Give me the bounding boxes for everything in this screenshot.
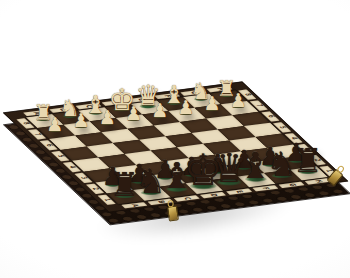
rank-label-left-3-label: 3 bbox=[79, 176, 89, 179]
brass-clasp-front bbox=[167, 205, 179, 221]
rank-label-left-4-label: 4 bbox=[67, 165, 77, 168]
file-label-near-G-label: G bbox=[286, 183, 296, 187]
rank-label-right-7-label: 7 bbox=[254, 104, 264, 107]
rank-label-right-8-label: 8 bbox=[242, 93, 252, 96]
file-label-near-C-label: C bbox=[182, 197, 192, 200]
rank-label-right-2-label: 2 bbox=[312, 159, 322, 162]
file-label-far-B-label: B bbox=[57, 108, 67, 111]
file-label-far-G-label: G bbox=[188, 91, 198, 95]
file-label-far-E-label: E bbox=[136, 98, 146, 101]
file-label-near-B-label: B bbox=[156, 200, 166, 203]
file-label-far-D-label: D bbox=[110, 101, 120, 105]
file-label-far-F-label: F bbox=[162, 94, 172, 97]
rank-label-right-4-label: 4 bbox=[289, 137, 299, 140]
rank-label-right-3-label: 3 bbox=[300, 148, 310, 151]
file-label-near-F-label: F bbox=[260, 187, 270, 190]
product-photo-scene: AA88BB77CC66DD55EE44FF33GG22HH11 ♜♞♝♚♛♝♞… bbox=[0, 0, 350, 278]
file-label-far-C-label: C bbox=[84, 105, 94, 108]
rank-label-left-8-label: 8 bbox=[21, 122, 31, 125]
rank-label-left-5-label: 5 bbox=[55, 155, 65, 158]
rank-label-left-6-label: 6 bbox=[44, 144, 54, 147]
file-label-near-E-label: E bbox=[234, 190, 244, 193]
file-label-far-H-label: H bbox=[214, 87, 224, 91]
rank-label-left-2-label: 2 bbox=[90, 187, 100, 190]
rank-label-right-5-label: 5 bbox=[277, 126, 287, 129]
file-label-near-A-label: A bbox=[129, 204, 139, 207]
file-label-near-H-label: H bbox=[313, 180, 323, 184]
clasp-plate bbox=[167, 205, 179, 221]
rank-label-left-7-label: 7 bbox=[32, 133, 42, 136]
rank-label-left-1-label: 1 bbox=[102, 198, 112, 201]
file-label-near-D-label: D bbox=[208, 193, 218, 197]
rank-label-right-6-label: 6 bbox=[266, 115, 276, 118]
file-label-far-A-label: A bbox=[31, 111, 41, 114]
